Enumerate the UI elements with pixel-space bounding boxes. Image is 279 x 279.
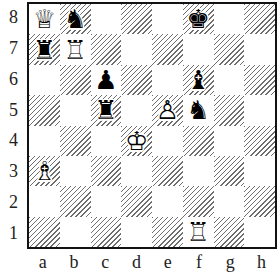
square-g3[interactable] <box>214 156 245 186</box>
square-e6[interactable] <box>152 65 183 95</box>
chess-board[interactable]: ♛♕♞♚♜♜♖♟♝♜♟♙♞♚♔♝♗♜♖ <box>27 2 277 249</box>
white-queen-icon: ♕ <box>33 6 56 32</box>
square-g5[interactable] <box>214 95 245 125</box>
square-c1[interactable] <box>91 217 122 247</box>
square-a6[interactable] <box>29 65 60 95</box>
square-f4[interactable] <box>183 126 214 156</box>
square-b5[interactable] <box>60 95 91 125</box>
square-b2[interactable] <box>60 186 91 216</box>
square-e2[interactable] <box>152 186 183 216</box>
square-h2[interactable] <box>244 186 275 216</box>
file-label-f: f <box>183 249 214 275</box>
square-h5[interactable] <box>244 95 275 125</box>
piece-black-rook-a7[interactable]: ♜ <box>29 34 60 64</box>
white-rook-icon: ♖ <box>63 37 86 63</box>
square-b7[interactable]: ♜♖ <box>60 34 91 64</box>
square-a7[interactable]: ♜ <box>29 34 60 64</box>
rank-label-5: 5 <box>2 95 25 126</box>
file-label-c: c <box>90 249 121 275</box>
piece-black-rook-c5[interactable]: ♜ <box>91 95 122 125</box>
square-c6[interactable]: ♟ <box>91 65 122 95</box>
piece-white-rook-f1[interactable]: ♜♖ <box>183 217 214 247</box>
file-label-b: b <box>58 249 89 275</box>
rank-label-4: 4 <box>2 126 25 157</box>
rank-label-3: 3 <box>2 156 25 187</box>
square-h1[interactable] <box>244 217 275 247</box>
square-e8[interactable] <box>152 4 183 34</box>
square-d4[interactable]: ♚♔ <box>121 126 152 156</box>
square-f7[interactable] <box>183 34 214 64</box>
piece-white-king-d4[interactable]: ♚♔ <box>121 126 152 156</box>
rank-label-7: 7 <box>2 33 25 64</box>
white-king-icon: ♔ <box>125 128 148 154</box>
piece-white-pawn-e5[interactable]: ♟♙ <box>152 95 183 125</box>
square-e7[interactable] <box>152 34 183 64</box>
piece-black-king-f8[interactable]: ♚ <box>183 4 214 34</box>
square-g4[interactable] <box>214 126 245 156</box>
black-knight-icon: ♞ <box>186 97 209 123</box>
square-e4[interactable] <box>152 126 183 156</box>
square-g2[interactable] <box>214 186 245 216</box>
square-h3[interactable] <box>244 156 275 186</box>
black-rook-icon: ♜ <box>33 37 56 63</box>
file-label-g: g <box>215 249 246 275</box>
square-d1[interactable] <box>121 217 152 247</box>
piece-white-bishop-a3[interactable]: ♝♗ <box>29 156 60 186</box>
square-c5[interactable]: ♜ <box>91 95 122 125</box>
square-d7[interactable] <box>121 34 152 64</box>
file-labels: abcdefgh <box>27 249 277 275</box>
square-c8[interactable] <box>91 4 122 34</box>
square-e5[interactable]: ♟♙ <box>152 95 183 125</box>
piece-white-rook-b7[interactable]: ♜♖ <box>60 34 91 64</box>
black-king-icon: ♚ <box>186 6 209 32</box>
square-d8[interactable] <box>121 4 152 34</box>
white-bishop-icon: ♗ <box>33 158 56 184</box>
square-c7[interactable] <box>91 34 122 64</box>
chess-diagram: 87654321 ♛♕♞♚♜♜♖♟♝♜♟♙♞♚♔♝♗♜♖ abcdefgh <box>0 0 279 279</box>
square-h8[interactable] <box>244 4 275 34</box>
square-b1[interactable] <box>60 217 91 247</box>
square-g7[interactable] <box>214 34 245 64</box>
square-h6[interactable] <box>244 65 275 95</box>
square-h4[interactable] <box>244 126 275 156</box>
square-e1[interactable] <box>152 217 183 247</box>
piece-black-knight-f5[interactable]: ♞ <box>183 95 214 125</box>
square-h7[interactable] <box>244 34 275 64</box>
rank-label-8: 8 <box>2 2 25 33</box>
square-b8[interactable]: ♞ <box>60 4 91 34</box>
square-c4[interactable] <box>91 126 122 156</box>
square-a8[interactable]: ♛♕ <box>29 4 60 34</box>
white-rook-icon: ♖ <box>186 219 209 245</box>
square-d2[interactable] <box>121 186 152 216</box>
square-b4[interactable] <box>60 126 91 156</box>
file-label-e: e <box>152 249 183 275</box>
file-label-d: d <box>121 249 152 275</box>
square-d6[interactable] <box>121 65 152 95</box>
square-f8[interactable]: ♚ <box>183 4 214 34</box>
piece-black-bishop-f6[interactable]: ♝ <box>183 65 214 95</box>
square-d3[interactable] <box>121 156 152 186</box>
square-b3[interactable] <box>60 156 91 186</box>
square-g1[interactable] <box>214 217 245 247</box>
square-f6[interactable]: ♝ <box>183 65 214 95</box>
square-a5[interactable] <box>29 95 60 125</box>
file-label-h: h <box>246 249 277 275</box>
square-f5[interactable]: ♞ <box>183 95 214 125</box>
square-d5[interactable] <box>121 95 152 125</box>
square-a4[interactable] <box>29 126 60 156</box>
square-f2[interactable] <box>183 186 214 216</box>
square-g6[interactable] <box>214 65 245 95</box>
square-c3[interactable] <box>91 156 122 186</box>
square-f3[interactable] <box>183 156 214 186</box>
piece-black-pawn-c6[interactable]: ♟ <box>91 65 122 95</box>
square-a1[interactable] <box>29 217 60 247</box>
piece-white-queen-a8[interactable]: ♛♕ <box>29 4 60 34</box>
black-knight-icon: ♞ <box>63 6 86 32</box>
white-pawn-icon: ♙ <box>156 97 179 123</box>
rank-label-2: 2 <box>2 187 25 218</box>
square-e3[interactable] <box>152 156 183 186</box>
piece-black-knight-b8[interactable]: ♞ <box>60 4 91 34</box>
square-a3[interactable]: ♝♗ <box>29 156 60 186</box>
square-c2[interactable] <box>91 186 122 216</box>
black-pawn-icon: ♟ <box>94 67 117 93</box>
black-bishop-icon: ♝ <box>186 67 209 93</box>
square-f1[interactable]: ♜♖ <box>183 217 214 247</box>
black-rook-icon: ♜ <box>94 97 117 123</box>
square-b6[interactable] <box>60 65 91 95</box>
square-a2[interactable] <box>29 186 60 216</box>
rank-labels: 87654321 <box>2 2 25 249</box>
file-label-a: a <box>27 249 58 275</box>
square-g8[interactable] <box>214 4 245 34</box>
rank-label-6: 6 <box>2 64 25 95</box>
rank-label-1: 1 <box>2 218 25 249</box>
